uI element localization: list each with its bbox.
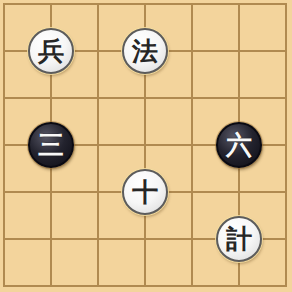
stone-label: 計 xyxy=(226,226,252,252)
game-board: 兵法三六十計 xyxy=(0,0,292,292)
stone-black-六[interactable]: 六 xyxy=(216,122,262,168)
stone-white-兵[interactable]: 兵 xyxy=(28,28,74,74)
stone-white-法[interactable]: 法 xyxy=(122,28,168,74)
stone-label: 法 xyxy=(132,38,158,64)
stone-label: 三 xyxy=(38,132,64,158)
stone-label: 六 xyxy=(226,132,252,158)
stone-label: 十 xyxy=(132,179,158,205)
stone-label: 兵 xyxy=(38,38,64,64)
stone-white-十[interactable]: 十 xyxy=(122,169,168,215)
stone-black-三[interactable]: 三 xyxy=(28,122,74,168)
stone-white-計[interactable]: 計 xyxy=(216,216,262,262)
